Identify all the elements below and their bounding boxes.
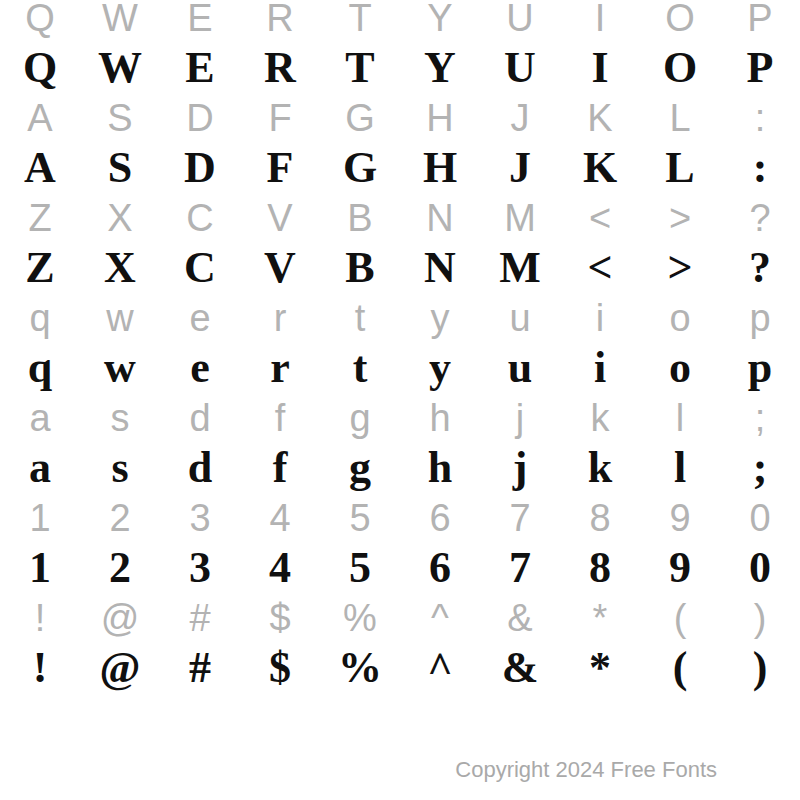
glyph-cell: i — [560, 293, 640, 343]
glyph-cell: < — [560, 243, 640, 293]
glyph-cell: A — [0, 143, 80, 193]
copyright-text: Copyright 2024 Free Fonts — [455, 757, 717, 783]
glyph-cell: I — [560, 43, 640, 93]
glyph-cell: o — [640, 343, 720, 393]
glyph-cell: ; — [720, 443, 800, 493]
glyph-cell: e — [160, 343, 240, 393]
glyph-cell: o — [640, 293, 720, 343]
glyph-cell: B — [320, 193, 400, 243]
glyph-cell: G — [320, 93, 400, 143]
glyph-cell: h — [400, 393, 480, 443]
glyph-cell: S — [80, 93, 160, 143]
glyph-cell: 6 — [400, 493, 480, 543]
glyph-cell: J — [480, 93, 560, 143]
glyph-cell: d — [160, 443, 240, 493]
glyph-cell: ! — [0, 593, 80, 643]
glyph-cell: E — [160, 43, 240, 93]
glyph-cell: C — [160, 193, 240, 243]
glyph-cell: 5 — [320, 543, 400, 593]
glyph-cell: U — [480, 0, 560, 43]
glyph-cell: 1 — [0, 543, 80, 593]
glyph-cell: K — [560, 143, 640, 193]
glyph-cell: & — [480, 643, 560, 693]
glyph-cell: Q — [0, 43, 80, 93]
glyph-cell: > — [640, 243, 720, 293]
glyph-cell: a — [0, 393, 80, 443]
glyph-cell: # — [160, 593, 240, 643]
glyph-cell: & — [480, 593, 560, 643]
glyph-cell: 3 — [160, 543, 240, 593]
glyph-cell: L — [640, 143, 720, 193]
glyph-cell: ; — [720, 393, 800, 443]
glyph-cell: 5 — [320, 493, 400, 543]
glyph-cell: N — [400, 193, 480, 243]
glyph-cell: % — [320, 643, 400, 693]
glyph-cell: i — [560, 343, 640, 393]
glyph-cell: O — [640, 43, 720, 93]
glyph-cell: O — [640, 0, 720, 43]
glyph-cell: M — [480, 193, 560, 243]
glyph-cell: U — [480, 43, 560, 93]
glyph-cell: t — [320, 293, 400, 343]
glyph-cell: ( — [640, 643, 720, 693]
glyph-cell: 4 — [240, 543, 320, 593]
glyph-cell: W — [80, 43, 160, 93]
glyph-cell: 9 — [640, 543, 720, 593]
glyph-cell: # — [160, 643, 240, 693]
glyph-cell: X — [80, 243, 160, 293]
glyph-cell: 7 — [480, 543, 560, 593]
glyph-cell: H — [400, 143, 480, 193]
glyph-cell: R — [240, 0, 320, 43]
glyph-cell: j — [480, 393, 560, 443]
glyph-cell: 1 — [0, 493, 80, 543]
glyph-cell: V — [240, 193, 320, 243]
glyph-cell: N — [400, 243, 480, 293]
glyph-cell: C — [160, 243, 240, 293]
glyph-cell: 2 — [80, 543, 160, 593]
glyph-cell: Y — [400, 0, 480, 43]
glyph-cell: 9 — [640, 493, 720, 543]
glyph-cell: J — [480, 143, 560, 193]
glyph-cell: ) — [720, 593, 800, 643]
glyph-cell: $ — [240, 643, 320, 693]
glyph-cell: > — [640, 193, 720, 243]
glyph-cell: Y — [400, 43, 480, 93]
glyph-cell: g — [320, 443, 400, 493]
glyph-cell: e — [160, 293, 240, 343]
glyph-cell: 6 — [400, 543, 480, 593]
glyph-cell: ? — [720, 243, 800, 293]
glyph-cell: * — [560, 593, 640, 643]
glyph-cell: R — [240, 43, 320, 93]
glyph-cell: : — [720, 93, 800, 143]
glyph-cell: k — [560, 443, 640, 493]
glyph-cell: 7 — [480, 493, 560, 543]
glyph-cell: w — [80, 293, 160, 343]
glyph-cell: @ — [80, 593, 160, 643]
glyph-cell: Q — [0, 0, 80, 43]
glyph-cell: a — [0, 443, 80, 493]
glyph-cell: r — [240, 293, 320, 343]
glyph-cell: D — [160, 93, 240, 143]
glyph-cell: l — [640, 443, 720, 493]
glyph-cell: 4 — [240, 493, 320, 543]
glyph-cell: y — [400, 293, 480, 343]
glyph-cell: l — [640, 393, 720, 443]
glyph-cell: 8 — [560, 543, 640, 593]
glyph-cell: : — [720, 143, 800, 193]
glyph-cell: G — [320, 143, 400, 193]
glyph-cell: K — [560, 93, 640, 143]
glyph-cell: 8 — [560, 493, 640, 543]
glyph-cell: L — [640, 93, 720, 143]
glyph-cell: j — [480, 443, 560, 493]
glyph-cell: X — [80, 193, 160, 243]
glyph-cell: 2 — [80, 493, 160, 543]
glyph-cell: P — [720, 0, 800, 43]
glyph-cell: F — [240, 93, 320, 143]
glyph-cell: I — [560, 0, 640, 43]
glyph-cell: ^ — [400, 643, 480, 693]
glyph-cell: < — [560, 193, 640, 243]
glyph-cell: t — [320, 343, 400, 393]
glyph-cell: ) — [720, 643, 800, 693]
glyph-cell: s — [80, 393, 160, 443]
glyph-cell: q — [0, 293, 80, 343]
glyph-cell: s — [80, 443, 160, 493]
glyph-cell: d — [160, 393, 240, 443]
glyph-cell: S — [80, 143, 160, 193]
glyph-cell: @ — [80, 643, 160, 693]
character-grid: QWERTYUIOPQWERTYUIOPASDFGHJKL:ASDFGHJKL:… — [0, 0, 800, 693]
glyph-cell: 0 — [720, 493, 800, 543]
glyph-cell: B — [320, 243, 400, 293]
glyph-cell: Z — [0, 193, 80, 243]
glyph-cell: w — [80, 343, 160, 393]
glyph-cell: g — [320, 393, 400, 443]
glyph-cell: M — [480, 243, 560, 293]
glyph-cell: Z — [0, 243, 80, 293]
glyph-cell: ! — [0, 643, 80, 693]
glyph-cell: ? — [720, 193, 800, 243]
glyph-cell: y — [400, 343, 480, 393]
glyph-cell: k — [560, 393, 640, 443]
glyph-cell: u — [480, 293, 560, 343]
font-specimen-page: QWERTYUIOPQWERTYUIOPASDFGHJKL:ASDFGHJKL:… — [0, 0, 800, 800]
glyph-cell: 0 — [720, 543, 800, 593]
glyph-cell: H — [400, 93, 480, 143]
glyph-cell: T — [320, 0, 400, 43]
glyph-cell: ^ — [400, 593, 480, 643]
glyph-cell: ( — [640, 593, 720, 643]
glyph-cell: T — [320, 43, 400, 93]
glyph-cell: f — [240, 443, 320, 493]
glyph-cell: r — [240, 343, 320, 393]
glyph-cell: E — [160, 0, 240, 43]
glyph-cell: * — [560, 643, 640, 693]
glyph-cell: 3 — [160, 493, 240, 543]
glyph-cell: W — [80, 0, 160, 43]
glyph-cell: A — [0, 93, 80, 143]
glyph-cell: P — [720, 43, 800, 93]
glyph-cell: p — [720, 343, 800, 393]
glyph-cell: u — [480, 343, 560, 393]
glyph-cell: % — [320, 593, 400, 643]
glyph-cell: f — [240, 393, 320, 443]
glyph-cell: V — [240, 243, 320, 293]
glyph-cell: $ — [240, 593, 320, 643]
glyph-cell: h — [400, 443, 480, 493]
glyph-cell: D — [160, 143, 240, 193]
glyph-cell: F — [240, 143, 320, 193]
glyph-cell: q — [0, 343, 80, 393]
glyph-cell: p — [720, 293, 800, 343]
